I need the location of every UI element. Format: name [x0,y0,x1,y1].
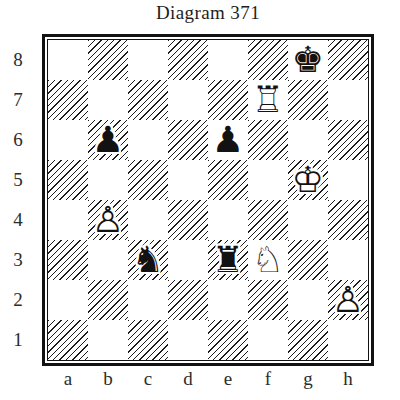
rank-label-2: 2 [0,280,36,320]
black-king: ♚ [288,40,328,80]
square-g3[interactable] [288,240,328,280]
square-c3[interactable]: ♞♞ [128,240,168,280]
square-b2[interactable] [88,280,128,320]
square-e6[interactable]: ♟♟ [208,120,248,160]
square-d1[interactable] [168,320,208,360]
square-c5[interactable] [128,160,168,200]
rank-label-3: 3 [0,240,36,280]
square-e3[interactable]: ♜♜ [208,240,248,280]
square-b3[interactable] [88,240,128,280]
file-label-f: f [248,368,288,390]
black-knight-halo: ♞ [128,240,168,280]
white-king: ♔ [288,160,328,200]
white-pawn: ♙ [88,200,128,240]
square-a4[interactable] [48,200,88,240]
square-g7[interactable] [288,80,328,120]
square-c2[interactable] [128,280,168,320]
square-a3[interactable] [48,240,88,280]
square-d2[interactable] [168,280,208,320]
square-h1[interactable] [328,320,368,360]
square-a5[interactable] [48,160,88,200]
white-rook-halo: ♜ [248,80,288,120]
file-label-d: d [168,368,208,390]
file-label-e: e [208,368,248,390]
square-h7[interactable] [328,80,368,120]
rank-label-4: 4 [0,200,36,240]
square-e1[interactable] [208,320,248,360]
rank-label-6: 6 [0,120,36,160]
black-pawn: ♟ [208,120,248,160]
square-h5[interactable] [328,160,368,200]
white-king-halo: ♚ [288,160,328,200]
square-e8[interactable] [208,40,248,80]
square-a2[interactable] [48,280,88,320]
square-f7[interactable]: ♜♖ [248,80,288,120]
square-d8[interactable] [168,40,208,80]
black-pawn-halo: ♟ [208,120,248,160]
rank-label-8: 8 [0,40,36,80]
chess-board-inner-border: ♚♚♜♖♟♟♟♟♚♔♟♙♞♞♜♜♞♘♟♙ [47,39,369,361]
square-f8[interactable] [248,40,288,80]
white-pawn-halo: ♟ [328,280,368,320]
square-b5[interactable] [88,160,128,200]
square-d5[interactable] [168,160,208,200]
square-h3[interactable] [328,240,368,280]
black-pawn: ♟ [88,120,128,160]
file-label-c: c [128,368,168,390]
square-b1[interactable] [88,320,128,360]
file-labels: abcdefgh [48,368,368,390]
chess-board-grid: ♚♚♜♖♟♟♟♟♚♔♟♙♞♞♜♜♞♘♟♙ [48,40,368,360]
rank-labels: 87654321 [0,40,36,360]
white-rook: ♖ [248,80,288,120]
chess-board: ♚♚♜♖♟♟♟♟♚♔♟♙♞♞♜♜♞♘♟♙ [42,34,374,366]
white-pawn: ♙ [328,280,368,320]
square-f5[interactable] [248,160,288,200]
square-b8[interactable] [88,40,128,80]
file-label-h: h [328,368,368,390]
square-c4[interactable] [128,200,168,240]
square-g6[interactable] [288,120,328,160]
square-b6[interactable]: ♟♟ [88,120,128,160]
square-c8[interactable] [128,40,168,80]
square-f6[interactable] [248,120,288,160]
square-f2[interactable] [248,280,288,320]
square-a8[interactable] [48,40,88,80]
rank-label-1: 1 [0,320,36,360]
square-h4[interactable] [328,200,368,240]
square-e7[interactable] [208,80,248,120]
square-g1[interactable] [288,320,328,360]
square-c6[interactable] [128,120,168,160]
square-h6[interactable] [328,120,368,160]
file-label-a: a [48,368,88,390]
diagram-title: Diagram 371 [42,2,374,24]
square-b4[interactable]: ♟♙ [88,200,128,240]
square-d3[interactable] [168,240,208,280]
file-label-g: g [288,368,328,390]
square-g5[interactable]: ♚♔ [288,160,328,200]
square-d4[interactable] [168,200,208,240]
white-knight: ♘ [248,240,288,280]
square-e2[interactable] [208,280,248,320]
square-d7[interactable] [168,80,208,120]
square-a7[interactable] [48,80,88,120]
white-knight-halo: ♞ [248,240,288,280]
black-knight: ♞ [128,240,168,280]
rank-label-5: 5 [0,160,36,200]
black-rook-halo: ♜ [208,240,248,280]
square-g2[interactable] [288,280,328,320]
black-rook: ♜ [208,240,248,280]
black-pawn-halo: ♟ [88,120,128,160]
square-c1[interactable] [128,320,168,360]
white-pawn-halo: ♟ [88,200,128,240]
square-h2[interactable]: ♟♙ [328,280,368,320]
square-g8[interactable]: ♚♚ [288,40,328,80]
rank-label-7: 7 [0,80,36,120]
square-f4[interactable] [248,200,288,240]
square-c7[interactable] [128,80,168,120]
file-label-b: b [88,368,128,390]
square-e4[interactable] [208,200,248,240]
square-g4[interactable] [288,200,328,240]
square-f3[interactable]: ♞♘ [248,240,288,280]
square-f1[interactable] [248,320,288,360]
square-e5[interactable] [208,160,248,200]
square-a6[interactable] [48,120,88,160]
square-b7[interactable] [88,80,128,120]
square-h8[interactable] [328,40,368,80]
black-king-halo: ♚ [288,40,328,80]
square-a1[interactable] [48,320,88,360]
square-d6[interactable] [168,120,208,160]
